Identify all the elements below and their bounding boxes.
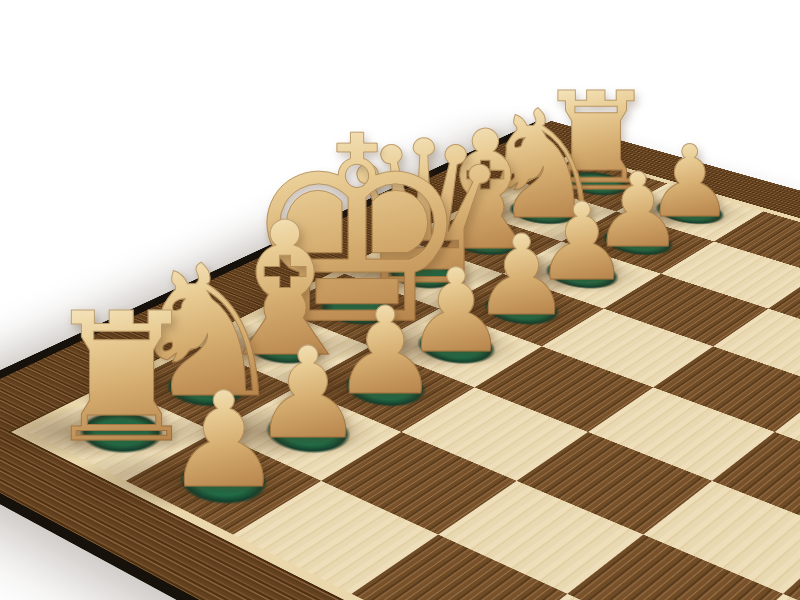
chess-set-photo: ♜♞♝♛♚♝♞♜♟♟♟♟♟♟♟♟ xyxy=(0,0,800,600)
board-playing-area xyxy=(11,153,800,600)
chess-board xyxy=(0,121,800,600)
board-decor-layer xyxy=(28,157,800,600)
